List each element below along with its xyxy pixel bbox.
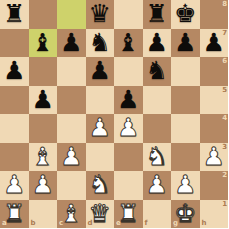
square-d2[interactable]: ♞ (86, 171, 115, 200)
square-a4[interactable] (0, 114, 29, 143)
piece-black-pawn[interactable]: ♟ (86, 57, 115, 86)
piece-black-knight[interactable]: ♞ (86, 29, 115, 58)
rank-label-4: 4 (222, 115, 227, 122)
square-d1[interactable]: ♛d (86, 200, 115, 229)
square-e2[interactable] (114, 171, 143, 200)
piece-black-pawn[interactable]: ♟ (171, 29, 200, 58)
piece-white-pawn[interactable]: ♟ (86, 114, 115, 143)
square-a2[interactable]: ♟ (0, 171, 29, 200)
square-h3[interactable]: ♟3 (200, 143, 229, 172)
square-h5[interactable]: 5 (200, 86, 229, 115)
square-g7[interactable]: ♟ (171, 29, 200, 58)
square-f8[interactable]: ♜ (143, 0, 172, 29)
square-b7[interactable]: ♝ (29, 29, 58, 58)
square-f7[interactable]: ♟ (143, 29, 172, 58)
piece-white-pawn[interactable]: ♟ (29, 171, 58, 200)
rank-label-1: 1 (222, 201, 227, 208)
square-g3[interactable] (171, 143, 200, 172)
piece-black-pawn[interactable]: ♟ (0, 57, 29, 86)
square-a5[interactable] (0, 86, 29, 115)
rank-label-2: 2 (222, 172, 227, 179)
piece-white-bishop[interactable]: ♝ (57, 200, 86, 229)
piece-black-king[interactable]: ♚ (171, 0, 200, 29)
square-e4[interactable]: ♟ (114, 114, 143, 143)
square-c3[interactable]: ♟ (57, 143, 86, 172)
square-b3[interactable]: ♝ (29, 143, 58, 172)
square-e7[interactable]: ♝ (114, 29, 143, 58)
file-label-h: h (202, 220, 207, 227)
piece-white-pawn[interactable]: ♟ (114, 114, 143, 143)
piece-white-pawn[interactable]: ♟ (0, 171, 29, 200)
square-f1[interactable]: f (143, 200, 172, 229)
square-g4[interactable] (171, 114, 200, 143)
square-f4[interactable] (143, 114, 172, 143)
square-a7[interactable] (0, 29, 29, 58)
square-g5[interactable] (171, 86, 200, 115)
square-c7[interactable]: ♟ (57, 29, 86, 58)
piece-black-pawn[interactable]: ♟ (143, 29, 172, 58)
square-g1[interactable]: ♚g (171, 200, 200, 229)
piece-white-king[interactable]: ♚ (171, 200, 200, 229)
square-b2[interactable]: ♟ (29, 171, 58, 200)
square-h1[interactable]: 1h (200, 200, 229, 229)
piece-black-pawn[interactable]: ♟ (57, 29, 86, 58)
square-d7[interactable]: ♞ (86, 29, 115, 58)
square-h6[interactable]: 6 (200, 57, 229, 86)
piece-white-pawn[interactable]: ♟ (57, 143, 86, 172)
square-h8[interactable]: 8 (200, 0, 229, 29)
square-d3[interactable] (86, 143, 115, 172)
square-a3[interactable] (0, 143, 29, 172)
square-e3[interactable] (114, 143, 143, 172)
square-d8[interactable]: ♛ (86, 0, 115, 29)
piece-black-bishop[interactable]: ♝ (114, 29, 143, 58)
square-g2[interactable]: ♟ (171, 171, 200, 200)
square-a1[interactable]: ♜a (0, 200, 29, 229)
square-h2[interactable]: 2 (200, 171, 229, 200)
square-b4[interactable] (29, 114, 58, 143)
piece-white-rook[interactable]: ♜ (0, 200, 29, 229)
piece-black-rook[interactable]: ♜ (143, 0, 172, 29)
square-c5[interactable] (57, 86, 86, 115)
square-g6[interactable] (171, 57, 200, 86)
rank-label-6: 6 (222, 58, 227, 65)
square-c6[interactable] (57, 57, 86, 86)
square-b6[interactable] (29, 57, 58, 86)
square-h4[interactable]: 4 (200, 114, 229, 143)
piece-black-bishop[interactable]: ♝ (29, 29, 58, 58)
square-f5[interactable] (143, 86, 172, 115)
piece-black-rook[interactable]: ♜ (0, 0, 29, 29)
chess-board: ♜♛♜♚8♝♟♞♝♟♟♟7♟♟♞6♟♟5♟♟4♝♟♞♟3♟♟♞♟♟2♜ab♝c♛… (0, 0, 228, 228)
square-c8[interactable] (57, 0, 86, 29)
square-c1[interactable]: ♝c (57, 200, 86, 229)
square-d6[interactable]: ♟ (86, 57, 115, 86)
square-b5[interactable]: ♟ (29, 86, 58, 115)
piece-white-pawn[interactable]: ♟ (143, 171, 172, 200)
piece-black-knight[interactable]: ♞ (143, 57, 172, 86)
square-e8[interactable] (114, 0, 143, 29)
rank-label-8: 8 (222, 1, 227, 8)
square-f3[interactable]: ♞ (143, 143, 172, 172)
square-d4[interactable]: ♟ (86, 114, 115, 143)
piece-black-pawn[interactable]: ♟ (200, 29, 229, 58)
square-f2[interactable]: ♟ (143, 171, 172, 200)
piece-white-pawn[interactable]: ♟ (200, 143, 229, 172)
square-b8[interactable] (29, 0, 58, 29)
square-f6[interactable]: ♞ (143, 57, 172, 86)
square-c2[interactable] (57, 171, 86, 200)
square-b1[interactable]: b (29, 200, 58, 229)
square-e1[interactable]: ♜e (114, 200, 143, 229)
piece-white-pawn[interactable]: ♟ (171, 171, 200, 200)
square-g8[interactable]: ♚ (171, 0, 200, 29)
file-label-f: f (145, 220, 148, 227)
piece-black-queen[interactable]: ♛ (86, 0, 115, 29)
piece-white-bishop[interactable]: ♝ (29, 143, 58, 172)
square-e5[interactable]: ♟ (114, 86, 143, 115)
file-label-b: b (31, 220, 36, 227)
square-a6[interactable]: ♟ (0, 57, 29, 86)
piece-black-pawn[interactable]: ♟ (114, 86, 143, 115)
piece-white-knight[interactable]: ♞ (86, 171, 115, 200)
square-d5[interactable] (86, 86, 115, 115)
piece-black-pawn[interactable]: ♟ (29, 86, 58, 115)
square-c4[interactable] (57, 114, 86, 143)
square-e6[interactable] (114, 57, 143, 86)
piece-white-knight[interactable]: ♞ (143, 143, 172, 172)
piece-white-rook[interactable]: ♜ (114, 200, 143, 229)
rank-label-5: 5 (222, 87, 227, 94)
square-a8[interactable]: ♜ (0, 0, 29, 29)
piece-white-queen[interactable]: ♛ (86, 200, 115, 229)
square-h7[interactable]: ♟7 (200, 29, 229, 58)
